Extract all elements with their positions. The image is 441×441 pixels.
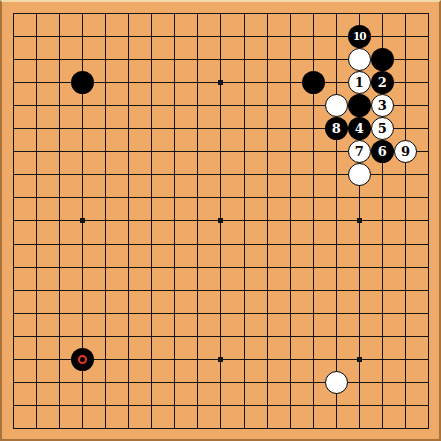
stone-black-r17 — [371, 48, 394, 71]
grid-line-vertical — [244, 13, 245, 429]
board-surface: 10123845769 — [0, 0, 441, 441]
move-number: 2 — [378, 76, 387, 89]
grid-line-horizontal — [13, 382, 429, 383]
grid-line-vertical — [428, 13, 429, 429]
hoshi-point — [357, 218, 362, 223]
grid-line-horizontal — [13, 290, 429, 291]
move-number: 8 — [332, 122, 341, 135]
grid-line-horizontal — [13, 428, 429, 429]
move-number: 5 — [378, 122, 387, 135]
stone-white-q13: 7 — [348, 140, 371, 163]
stone-black-r16: 2 — [371, 71, 394, 94]
stone-white-r14: 5 — [371, 117, 394, 140]
circle-marker-icon — [78, 355, 87, 364]
grid-line-horizontal — [13, 267, 429, 268]
stone-black-q18: 10 — [348, 25, 371, 48]
grid-line-vertical — [336, 13, 337, 429]
move-number: 3 — [378, 99, 387, 112]
move-number: 9 — [401, 145, 410, 158]
go-board: 10123845769 — [0, 0, 441, 441]
stone-black-d16 — [71, 71, 94, 94]
stone-black-o16 — [302, 71, 325, 94]
hoshi-point — [218, 357, 223, 362]
move-number: 6 — [378, 145, 387, 158]
stone-white-s13: 9 — [394, 140, 417, 163]
hoshi-point — [218, 80, 223, 85]
hoshi-point — [218, 218, 223, 223]
move-number: 4 — [355, 122, 364, 135]
stone-black-p14: 8 — [325, 117, 348, 140]
move-number: 7 — [355, 145, 364, 158]
grid-line-vertical — [405, 13, 406, 429]
stone-white-q17 — [348, 48, 371, 71]
stone-black-q15 — [348, 94, 371, 117]
stone-white-r15: 3 — [371, 94, 394, 117]
grid-line-vertical — [267, 13, 268, 429]
stone-white-q12 — [348, 163, 371, 186]
stone-black-r13: 6 — [371, 140, 394, 163]
stone-white-p15 — [325, 94, 348, 117]
stone-white-p3 — [325, 371, 348, 394]
grid-line-horizontal — [13, 336, 429, 337]
stone-black-d4 — [71, 348, 94, 371]
stone-black-q14: 4 — [348, 117, 371, 140]
grid-line-vertical — [290, 13, 291, 429]
hoshi-point — [357, 357, 362, 362]
hoshi-point — [80, 218, 85, 223]
stone-white-q16: 1 — [348, 71, 371, 94]
move-number: 1 — [355, 76, 364, 89]
grid-line-horizontal — [13, 244, 429, 245]
grid-line-horizontal — [13, 405, 429, 406]
grid-line-horizontal — [13, 313, 429, 314]
move-number: 10 — [353, 31, 366, 42]
